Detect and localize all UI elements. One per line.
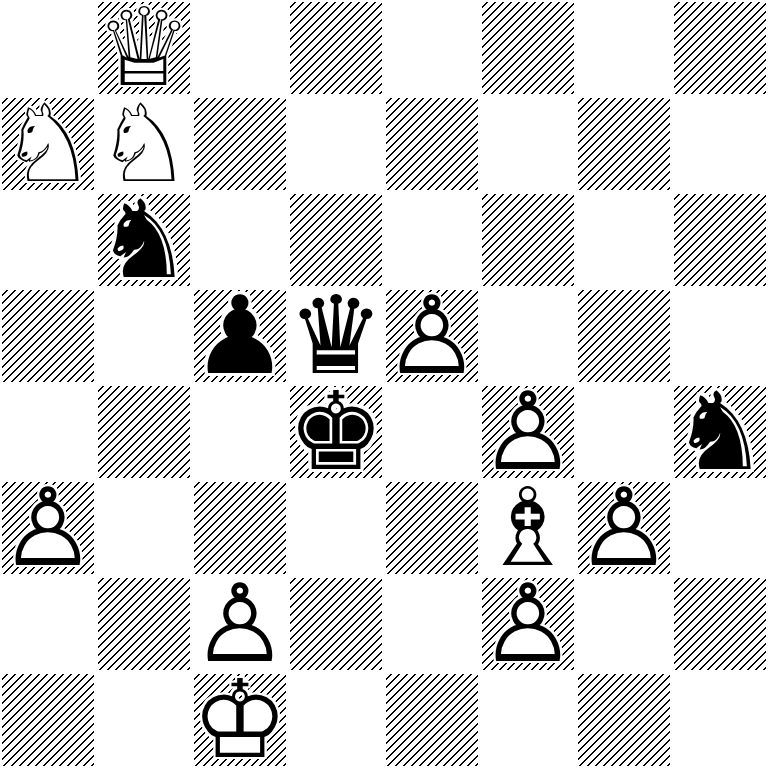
square-b5[interactable] (96, 288, 192, 384)
square-b3[interactable] (96, 480, 192, 576)
square-a5[interactable] (0, 288, 96, 384)
square-a3[interactable]: ♟♙ (0, 480, 96, 576)
square-e4[interactable] (384, 384, 480, 480)
square-b1[interactable] (96, 672, 192, 768)
white-piece-outline: ♔ (192, 672, 288, 768)
square-a1[interactable] (0, 672, 96, 768)
square-g7[interactable] (576, 96, 672, 192)
square-f7[interactable] (480, 96, 576, 192)
square-h2[interactable] (672, 576, 768, 672)
square-a7[interactable]: ♞♘ (0, 96, 96, 192)
white-piece-outline: ♘ (0, 96, 96, 192)
square-c7[interactable] (192, 96, 288, 192)
square-c5[interactable]: ♟ (192, 288, 288, 384)
square-a6[interactable] (0, 192, 96, 288)
square-h3[interactable] (672, 480, 768, 576)
square-f8[interactable] (480, 0, 576, 96)
square-h4[interactable]: ♞ (672, 384, 768, 480)
square-c8[interactable] (192, 0, 288, 96)
square-a2[interactable] (0, 576, 96, 672)
square-e2[interactable] (384, 576, 480, 672)
white-pawn[interactable]: ♟♙ (576, 480, 672, 576)
square-f2[interactable]: ♟♙ (480, 576, 576, 672)
square-h8[interactable] (672, 0, 768, 96)
square-g6[interactable] (576, 192, 672, 288)
white-piece-outline: ♙ (576, 480, 672, 576)
square-d1[interactable] (288, 672, 384, 768)
square-d8[interactable] (288, 0, 384, 96)
square-e5[interactable]: ♟♙ (384, 288, 480, 384)
white-knight[interactable]: ♞♘ (0, 96, 96, 192)
square-h6[interactable] (672, 192, 768, 288)
black-knight[interactable]: ♞ (96, 192, 192, 288)
square-e1[interactable] (384, 672, 480, 768)
square-b2[interactable] (96, 576, 192, 672)
black-piece-fill: ♟ (192, 288, 288, 384)
black-knight[interactable]: ♞ (672, 384, 768, 480)
white-pawn[interactable]: ♟♙ (480, 576, 576, 672)
square-e7[interactable] (384, 96, 480, 192)
black-piece-fill: ♚ (288, 384, 384, 480)
square-g5[interactable] (576, 288, 672, 384)
white-piece-outline: ♙ (480, 576, 576, 672)
square-b6[interactable]: ♞ (96, 192, 192, 288)
black-pawn[interactable]: ♟ (192, 288, 288, 384)
square-g3[interactable]: ♟♙ (576, 480, 672, 576)
square-f6[interactable] (480, 192, 576, 288)
square-g1[interactable] (576, 672, 672, 768)
white-piece-outline: ♙ (384, 288, 480, 384)
square-d2[interactable] (288, 576, 384, 672)
white-king[interactable]: ♚♔ (192, 672, 288, 768)
chess-board: ♛♕♞♘♞♘♞♟♛♟♙♚♟♙♞♟♙♝♗♟♙♟♙♟♙♚♔ (0, 0, 768, 768)
square-d7[interactable] (288, 96, 384, 192)
white-pawn[interactable]: ♟♙ (384, 288, 480, 384)
square-h7[interactable] (672, 96, 768, 192)
square-c4[interactable] (192, 384, 288, 480)
black-king[interactable]: ♚ (288, 384, 384, 480)
white-piece-outline: ♙ (0, 480, 96, 576)
square-c1[interactable]: ♚♔ (192, 672, 288, 768)
white-pawn[interactable]: ♟♙ (0, 480, 96, 576)
square-d3[interactable] (288, 480, 384, 576)
square-e8[interactable] (384, 0, 480, 96)
square-f1[interactable] (480, 672, 576, 768)
square-h1[interactable] (672, 672, 768, 768)
black-piece-fill: ♞ (672, 384, 768, 480)
square-g2[interactable] (576, 576, 672, 672)
square-d4[interactable]: ♚ (288, 384, 384, 480)
square-b4[interactable] (96, 384, 192, 480)
square-g8[interactable] (576, 0, 672, 96)
square-e3[interactable] (384, 480, 480, 576)
black-piece-fill: ♞ (96, 192, 192, 288)
